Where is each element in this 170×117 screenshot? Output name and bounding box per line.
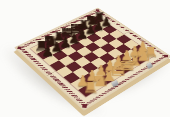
chess-board: ♜♞♝♛♚♝♞♜♟♟♟♟♟♟♟♟♟♟♟♟♟♟♟♟♜♞♝♛♚♝♞♜ <box>14 8 170 111</box>
chess-set-photo: ♜♞♝♛♚♝♞♜♟♟♟♟♟♟♟♟♟♟♟♟♟♟♟♟♜♞♝♛♚♝♞♜ <box>0 0 170 117</box>
piece-black-pawn[interactable]: ♟ <box>42 46 53 57</box>
piece-white-rook[interactable]: ♜ <box>85 82 97 94</box>
